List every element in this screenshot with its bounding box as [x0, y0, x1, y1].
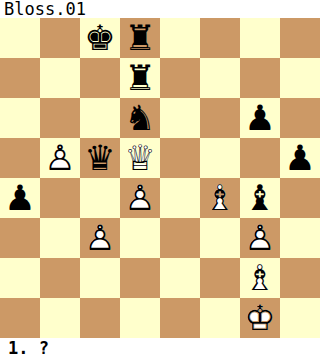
square-f1[interactable]	[200, 298, 240, 338]
piece-fill-layer: ♟	[40, 138, 80, 178]
piece-bP: ♟	[240, 98, 280, 138]
square-a1[interactable]	[0, 298, 40, 338]
chess-diagram-page: Bloss.01 ♚♜♜♞♟♟♙♛♛♕♟♟♟♙♝♗♝♟♙♟♙♝♗♚♔ 1. ?	[0, 0, 320, 360]
square-f7[interactable]	[200, 58, 240, 98]
square-c4[interactable]	[80, 178, 120, 218]
piece-fill-layer: ♝	[240, 258, 280, 298]
square-d7[interactable]: ♜	[120, 58, 160, 98]
piece-wP: ♙	[40, 138, 80, 178]
square-d4[interactable]: ♟♙	[120, 178, 160, 218]
square-a6[interactable]	[0, 98, 40, 138]
square-a3[interactable]	[0, 218, 40, 258]
square-c2[interactable]	[80, 258, 120, 298]
square-b1[interactable]	[40, 298, 80, 338]
piece-bK: ♚	[80, 18, 120, 58]
piece-bP: ♟	[0, 178, 40, 218]
square-h6[interactable]	[280, 98, 320, 138]
piece-wP: ♙	[80, 218, 120, 258]
square-f2[interactable]	[200, 258, 240, 298]
square-b7[interactable]	[40, 58, 80, 98]
square-h1[interactable]	[280, 298, 320, 338]
square-e5[interactable]	[160, 138, 200, 178]
square-g5[interactable]	[240, 138, 280, 178]
square-c3[interactable]: ♟♙	[80, 218, 120, 258]
square-h7[interactable]	[280, 58, 320, 98]
square-g1[interactable]: ♚♔	[240, 298, 280, 338]
square-g7[interactable]	[240, 58, 280, 98]
piece-bN: ♞	[120, 98, 160, 138]
move-prompt: 1. ?	[8, 338, 49, 360]
square-e2[interactable]	[160, 258, 200, 298]
square-e7[interactable]	[160, 58, 200, 98]
square-h2[interactable]	[280, 258, 320, 298]
piece-wB: ♗	[200, 178, 240, 218]
piece-fill-layer: ♟	[240, 218, 280, 258]
square-f4[interactable]: ♝♗	[200, 178, 240, 218]
square-h5[interactable]: ♟	[280, 138, 320, 178]
piece-bB: ♝	[240, 178, 280, 218]
square-e1[interactable]	[160, 298, 200, 338]
square-b4[interactable]	[40, 178, 80, 218]
square-h4[interactable]	[280, 178, 320, 218]
square-e4[interactable]	[160, 178, 200, 218]
diagram-title: Bloss.01	[4, 0, 86, 18]
square-a4[interactable]: ♟	[0, 178, 40, 218]
piece-wP: ♙	[120, 178, 160, 218]
square-d1[interactable]	[120, 298, 160, 338]
piece-fill-layer: ♚	[240, 298, 280, 338]
piece-bR: ♜	[120, 18, 160, 58]
square-g8[interactable]	[240, 18, 280, 58]
square-f8[interactable]	[200, 18, 240, 58]
chess-board: ♚♜♜♞♟♟♙♛♛♕♟♟♟♙♝♗♝♟♙♟♙♝♗♚♔	[0, 18, 320, 338]
square-a2[interactable]	[0, 258, 40, 298]
square-c5[interactable]: ♛	[80, 138, 120, 178]
square-b2[interactable]	[40, 258, 80, 298]
square-c1[interactable]	[80, 298, 120, 338]
square-b6[interactable]	[40, 98, 80, 138]
piece-fill-layer: ♟	[80, 218, 120, 258]
square-a5[interactable]	[0, 138, 40, 178]
square-e3[interactable]	[160, 218, 200, 258]
square-d8[interactable]: ♜	[120, 18, 160, 58]
piece-bP: ♟	[280, 138, 320, 178]
square-d5[interactable]: ♛♕	[120, 138, 160, 178]
square-b5[interactable]: ♟♙	[40, 138, 80, 178]
square-f5[interactable]	[200, 138, 240, 178]
square-a8[interactable]	[0, 18, 40, 58]
piece-bR: ♜	[120, 58, 160, 98]
piece-wP: ♙	[240, 218, 280, 258]
square-h3[interactable]	[280, 218, 320, 258]
square-c7[interactable]	[80, 58, 120, 98]
piece-fill-layer: ♝	[200, 178, 240, 218]
square-g6[interactable]: ♟	[240, 98, 280, 138]
square-g3[interactable]: ♟♙	[240, 218, 280, 258]
piece-fill-layer: ♟	[120, 178, 160, 218]
square-c6[interactable]	[80, 98, 120, 138]
piece-wK: ♔	[240, 298, 280, 338]
square-c8[interactable]: ♚	[80, 18, 120, 58]
piece-wQ: ♕	[120, 138, 160, 178]
square-g4[interactable]: ♝	[240, 178, 280, 218]
square-h8[interactable]	[280, 18, 320, 58]
piece-fill-layer: ♛	[120, 138, 160, 178]
square-d2[interactable]	[120, 258, 160, 298]
piece-bQ: ♛	[80, 138, 120, 178]
square-f3[interactable]	[200, 218, 240, 258]
square-e6[interactable]	[160, 98, 200, 138]
square-f6[interactable]	[200, 98, 240, 138]
square-d3[interactable]	[120, 218, 160, 258]
square-g2[interactable]: ♝♗	[240, 258, 280, 298]
piece-wB: ♗	[240, 258, 280, 298]
square-e8[interactable]	[160, 18, 200, 58]
square-a7[interactable]	[0, 58, 40, 98]
square-d6[interactable]: ♞	[120, 98, 160, 138]
square-b3[interactable]	[40, 218, 80, 258]
square-b8[interactable]	[40, 18, 80, 58]
